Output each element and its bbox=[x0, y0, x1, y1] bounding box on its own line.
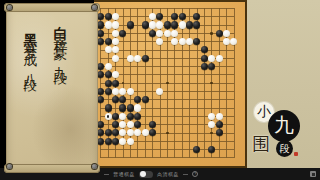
black-stone bbox=[105, 38, 112, 45]
white-stone bbox=[156, 38, 163, 45]
toolbar-left-label[interactable]: 普通棋盘 bbox=[113, 171, 135, 177]
white-stone bbox=[112, 88, 119, 95]
white-stone bbox=[171, 38, 178, 45]
white-stone bbox=[208, 113, 215, 120]
player-scroll: 白 辜梓豪 九段 黑 童梦成 八段 bbox=[6, 5, 98, 171]
black-stone bbox=[105, 129, 112, 136]
brand-logo: 小 九 围 段 bbox=[250, 98, 318, 164]
black-stone bbox=[179, 13, 186, 20]
black-stone bbox=[97, 121, 104, 128]
white-stone bbox=[112, 13, 119, 20]
star-point bbox=[210, 32, 213, 35]
black-stone bbox=[105, 71, 112, 78]
black-stone bbox=[127, 113, 134, 120]
white-stone bbox=[119, 129, 126, 136]
scroll-pin-icon bbox=[7, 164, 12, 169]
white-stone bbox=[134, 55, 141, 62]
white-stone bbox=[230, 38, 237, 45]
app-frame: 白 辜梓豪 九段 黑 童梦成 八段 小 九 围 段 普通棋盘 高清棋盘 ? bbox=[0, 0, 320, 180]
white-stone bbox=[179, 21, 186, 28]
white-stone bbox=[134, 129, 141, 136]
black-stone bbox=[216, 129, 223, 136]
black-player-name: 童梦成 bbox=[23, 29, 37, 50]
black-stone bbox=[112, 113, 119, 120]
black-stone bbox=[119, 104, 126, 111]
black-player-rank: 八段 bbox=[23, 63, 37, 73]
board-mode-toggle[interactable] bbox=[139, 171, 153, 178]
white-stone bbox=[208, 55, 215, 62]
white-stone bbox=[112, 38, 119, 45]
white-stone bbox=[149, 13, 156, 20]
white-stone bbox=[105, 21, 112, 28]
scroll-pin-icon bbox=[92, 5, 97, 10]
black-stone bbox=[112, 121, 119, 128]
logo-seal-dot bbox=[294, 152, 298, 156]
black-stone bbox=[134, 113, 141, 120]
black-stone bbox=[97, 129, 104, 136]
black-stone bbox=[156, 13, 163, 20]
black-stone bbox=[97, 63, 104, 70]
divider bbox=[183, 174, 188, 175]
white-stone bbox=[171, 30, 178, 37]
black-stone bbox=[119, 30, 126, 37]
black-stone bbox=[127, 21, 134, 28]
white-stone bbox=[216, 113, 223, 120]
black-stone bbox=[186, 21, 193, 28]
white-stone bbox=[149, 21, 156, 28]
white-stone bbox=[105, 63, 112, 70]
black-stone bbox=[201, 63, 208, 70]
board-grid-line bbox=[100, 8, 234, 9]
black-stone bbox=[193, 13, 200, 20]
black-stone bbox=[112, 80, 119, 87]
board-grid-line bbox=[100, 74, 234, 75]
white-stone bbox=[112, 46, 119, 53]
white-stone bbox=[127, 121, 134, 128]
scroll-pin-icon bbox=[92, 164, 97, 169]
black-stone bbox=[112, 129, 119, 136]
white-player-column: 白 辜梓豪 九段 bbox=[53, 15, 67, 66]
black-stone bbox=[142, 21, 149, 28]
black-stone bbox=[149, 30, 156, 37]
white-stone bbox=[186, 38, 193, 45]
white-stone bbox=[127, 129, 134, 136]
white-stone bbox=[112, 55, 119, 62]
black-stone bbox=[112, 96, 119, 103]
white-player-name: 辜梓豪 bbox=[53, 22, 67, 43]
logo-wei-char: 围 bbox=[252, 132, 270, 156]
divider bbox=[104, 174, 109, 175]
scroll-pin-icon bbox=[7, 5, 12, 10]
black-stone bbox=[201, 46, 208, 53]
black-stone bbox=[193, 146, 200, 153]
black-stone bbox=[164, 21, 171, 28]
black-stone bbox=[208, 146, 215, 153]
white-stone bbox=[112, 30, 119, 37]
logo-duan-circle: 段 bbox=[276, 140, 293, 157]
white-stone bbox=[119, 88, 126, 95]
white-stone bbox=[164, 30, 171, 37]
toolbar-right-label[interactable]: 高清棋盘 bbox=[157, 171, 179, 177]
white-stone bbox=[127, 88, 134, 95]
black-stone bbox=[134, 96, 141, 103]
black-stone bbox=[171, 13, 178, 20]
black-stone bbox=[171, 21, 178, 28]
white-stone bbox=[127, 55, 134, 62]
toolbar-controls: 普通棋盘 高清棋盘 ? bbox=[104, 168, 198, 180]
black-stone bbox=[193, 21, 200, 28]
black-stone bbox=[216, 121, 223, 128]
black-stone bbox=[193, 38, 200, 45]
white-player-rank: 九段 bbox=[53, 56, 67, 66]
black-stone bbox=[105, 104, 112, 111]
black-stone bbox=[127, 104, 134, 111]
black-stone bbox=[97, 38, 104, 45]
go-board[interactable] bbox=[94, 0, 247, 168]
black-stone bbox=[208, 63, 215, 70]
logo-jiu-circle: 九 bbox=[268, 110, 300, 142]
white-stone bbox=[105, 46, 112, 53]
black-stone bbox=[149, 129, 156, 136]
black-stone bbox=[97, 138, 104, 145]
board-grid-line bbox=[100, 41, 234, 42]
white-stone bbox=[119, 113, 126, 120]
black-stone bbox=[112, 138, 119, 145]
white-stone bbox=[119, 121, 126, 128]
menu-icon[interactable] bbox=[310, 171, 316, 177]
black-stone bbox=[201, 55, 208, 62]
board-grid-line bbox=[100, 50, 234, 51]
help-circle-icon[interactable]: ? bbox=[192, 171, 198, 177]
toggle-knob[interactable] bbox=[140, 171, 146, 177]
black-stone bbox=[97, 21, 104, 28]
white-stone bbox=[156, 21, 163, 28]
black-stone bbox=[216, 30, 223, 37]
black-stone bbox=[149, 121, 156, 128]
white-stone bbox=[223, 30, 230, 37]
black-stone bbox=[97, 13, 104, 20]
black-stone bbox=[105, 80, 112, 87]
black-stone bbox=[97, 96, 104, 103]
star-point bbox=[166, 132, 169, 135]
black-stone bbox=[97, 88, 104, 95]
scroll-bottom-roller bbox=[4, 164, 100, 173]
white-stone bbox=[112, 21, 119, 28]
white-stone bbox=[223, 38, 230, 45]
black-stone bbox=[105, 88, 112, 95]
scroll-top-roller bbox=[4, 3, 100, 12]
white-stone bbox=[208, 121, 215, 128]
star-point bbox=[210, 132, 213, 135]
board-grid-line bbox=[100, 157, 234, 158]
white-stone bbox=[112, 71, 119, 78]
white-stone bbox=[216, 55, 223, 62]
white-stone bbox=[127, 138, 134, 145]
white-stone bbox=[179, 38, 186, 45]
white-stone bbox=[134, 104, 141, 111]
black-stone bbox=[134, 121, 141, 128]
board-grid-line bbox=[100, 16, 234, 17]
black-player-column: 黑 童梦成 八段 bbox=[23, 22, 37, 73]
black-stone bbox=[119, 96, 126, 103]
black-stone bbox=[142, 96, 149, 103]
black-stone bbox=[105, 138, 112, 145]
white-stone bbox=[142, 129, 149, 136]
white-stone bbox=[156, 88, 163, 95]
white-stone bbox=[156, 30, 163, 37]
white-stone bbox=[119, 138, 126, 145]
black-stone bbox=[97, 30, 104, 37]
black-stone bbox=[105, 13, 112, 20]
black-stone bbox=[97, 71, 104, 78]
black-stone bbox=[142, 55, 149, 62]
